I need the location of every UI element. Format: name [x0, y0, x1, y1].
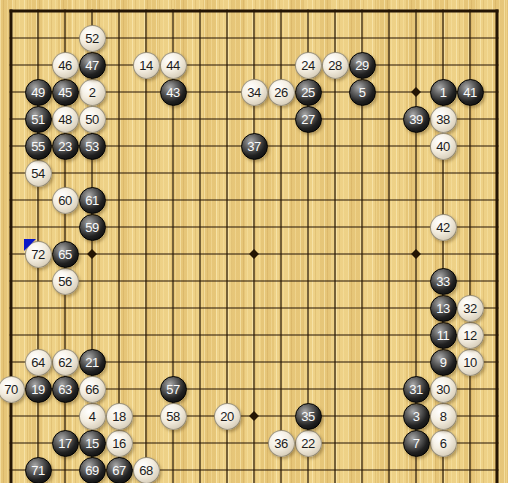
- stone-61-black[interactable]: 61: [79, 187, 106, 214]
- stone-26-white[interactable]: 26: [268, 79, 295, 106]
- stone-number: 18: [112, 410, 125, 423]
- stone-number: 54: [31, 167, 44, 180]
- stone-number: 9: [440, 356, 447, 369]
- stone-50-white[interactable]: 50: [79, 106, 106, 133]
- stone-32-white[interactable]: 32: [457, 295, 484, 322]
- stone-51-black[interactable]: 51: [25, 106, 52, 133]
- stone-number: 26: [274, 86, 287, 99]
- stone-10-white[interactable]: 10: [457, 349, 484, 376]
- stone-66-white[interactable]: 66: [79, 376, 106, 403]
- stone-7-black[interactable]: 7: [403, 430, 430, 457]
- stone-number: 69: [85, 464, 98, 477]
- stone-number: 16: [112, 437, 125, 450]
- stone-number: 63: [58, 383, 71, 396]
- stone-30-white[interactable]: 30: [430, 376, 457, 403]
- stone-17-black[interactable]: 17: [52, 430, 79, 457]
- stone-42-white[interactable]: 42: [430, 214, 457, 241]
- stone-number: 17: [58, 437, 71, 450]
- stone-number: 41: [463, 86, 476, 99]
- stone-21-black[interactable]: 21: [79, 349, 106, 376]
- stone-number: 53: [85, 140, 98, 153]
- stone-23-black[interactable]: 23: [52, 133, 79, 160]
- stone-25-black[interactable]: 25: [295, 79, 322, 106]
- stone-62-white[interactable]: 62: [52, 349, 79, 376]
- stone-72-white[interactable]: 72: [25, 241, 52, 268]
- stone-53-black[interactable]: 53: [79, 133, 106, 160]
- stone-number: 37: [247, 140, 260, 153]
- stone-number: 51: [31, 113, 44, 126]
- stone-27-black[interactable]: 27: [295, 106, 322, 133]
- stone-number: 57: [166, 383, 179, 396]
- stone-29-black[interactable]: 29: [349, 52, 376, 79]
- stone-number: 33: [436, 275, 449, 288]
- stone-18-white[interactable]: 18: [106, 403, 133, 430]
- stone-number: 14: [139, 59, 152, 72]
- stone-number: 59: [85, 221, 98, 234]
- stone-number: 45: [58, 86, 71, 99]
- stone-number: 48: [58, 113, 71, 126]
- stone-number: 60: [58, 194, 71, 207]
- stone-number: 6: [440, 437, 447, 450]
- last-move-marker: [24, 239, 36, 251]
- stone-39-black[interactable]: 39: [403, 106, 430, 133]
- stone-number: 29: [355, 59, 368, 72]
- stone-15-black[interactable]: 15: [79, 430, 106, 457]
- stone-16-white[interactable]: 16: [106, 430, 133, 457]
- stone-number: 31: [409, 383, 422, 396]
- stone-13-black[interactable]: 13: [430, 295, 457, 322]
- stone-number: 11: [437, 329, 450, 342]
- stone-number: 66: [85, 383, 98, 396]
- stone-4-white[interactable]: 4: [79, 403, 106, 430]
- stone-37-black[interactable]: 37: [241, 133, 268, 160]
- stone-44-white[interactable]: 44: [160, 52, 187, 79]
- stone-number: 49: [31, 86, 44, 99]
- stone-46-white[interactable]: 46: [52, 52, 79, 79]
- stone-number: 23: [58, 140, 71, 153]
- stone-number: 44: [166, 59, 179, 72]
- stone-number: 24: [301, 59, 314, 72]
- stone-58-white[interactable]: 58: [160, 403, 187, 430]
- stone-number: 22: [301, 437, 314, 450]
- stone-24-white[interactable]: 24: [295, 52, 322, 79]
- goban-grid[interactable]: 1234567891011121314151617181920212223242…: [0, 0, 508, 483]
- stone-11-black[interactable]: 11: [430, 322, 457, 349]
- stone-69-black[interactable]: 69: [79, 457, 106, 483]
- stone-number: 8: [440, 410, 447, 423]
- stone-20-white[interactable]: 20: [214, 403, 241, 430]
- stone-number: 10: [463, 356, 476, 369]
- stone-number: 28: [328, 59, 341, 72]
- stone-number: 19: [31, 383, 44, 396]
- stone-49-black[interactable]: 49: [25, 79, 52, 106]
- stone-57-black[interactable]: 57: [160, 376, 187, 403]
- stone-48-white[interactable]: 48: [52, 106, 79, 133]
- stone-number: 4: [89, 410, 96, 423]
- stone-number: 21: [85, 356, 98, 369]
- stone-number: 65: [58, 248, 71, 261]
- stone-31-black[interactable]: 31: [403, 376, 430, 403]
- stone-number: 5: [359, 86, 366, 99]
- stone-number: 32: [463, 302, 476, 315]
- stone-number: 71: [31, 464, 44, 477]
- stone-33-black[interactable]: 33: [430, 268, 457, 295]
- stone-number: 2: [89, 86, 96, 99]
- stone-number: 62: [58, 356, 71, 369]
- stone-8-white[interactable]: 8: [430, 403, 457, 430]
- stone-6-white[interactable]: 6: [430, 430, 457, 457]
- stone-1-black[interactable]: 1: [430, 79, 457, 106]
- stone-9-black[interactable]: 9: [430, 349, 457, 376]
- stone-number: 70: [4, 383, 17, 396]
- stone-number: 68: [139, 464, 152, 477]
- stone-56-white[interactable]: 56: [52, 268, 79, 295]
- stone-59-black[interactable]: 59: [79, 214, 106, 241]
- stone-2-white[interactable]: 2: [79, 79, 106, 106]
- stone-number: 50: [85, 113, 98, 126]
- stone-number: 13: [436, 302, 449, 315]
- stone-36-white[interactable]: 36: [268, 430, 295, 457]
- stone-63-black[interactable]: 63: [52, 376, 79, 403]
- stone-67-black[interactable]: 67: [106, 457, 133, 483]
- stone-68-white[interactable]: 68: [133, 457, 160, 483]
- stone-number: 55: [31, 140, 44, 153]
- stone-64-white[interactable]: 64: [25, 349, 52, 376]
- stone-number: 56: [58, 275, 71, 288]
- stone-number: 35: [301, 410, 314, 423]
- stone-43-black[interactable]: 43: [160, 79, 187, 106]
- stone-number: 34: [247, 86, 260, 99]
- stone-14-white[interactable]: 14: [133, 52, 160, 79]
- stone-number: 47: [85, 59, 98, 72]
- stone-number: 42: [436, 221, 449, 234]
- stone-number: 46: [58, 59, 71, 72]
- stone-number: 15: [85, 437, 98, 450]
- stone-number: 27: [301, 113, 314, 126]
- stone-38-white[interactable]: 38: [430, 106, 457, 133]
- stone-12-white[interactable]: 12: [457, 322, 484, 349]
- stone-number: 30: [436, 383, 449, 396]
- stone-number: 25: [301, 86, 314, 99]
- stone-65-black[interactable]: 65: [52, 241, 79, 268]
- stone-number: 7: [413, 437, 420, 450]
- stone-number: 58: [166, 410, 179, 423]
- stone-52-white[interactable]: 52: [79, 25, 106, 52]
- stone-number: 36: [274, 437, 287, 450]
- stone-70-white[interactable]: 70: [0, 376, 25, 403]
- stone-3-black[interactable]: 3: [403, 403, 430, 430]
- stone-number: 40: [436, 140, 449, 153]
- stone-number: 1: [440, 86, 447, 99]
- stone-41-black[interactable]: 41: [457, 79, 484, 106]
- stone-34-white[interactable]: 34: [241, 79, 268, 106]
- stone-number: 3: [413, 410, 420, 423]
- stone-71-black[interactable]: 71: [25, 457, 52, 483]
- stone-28-white[interactable]: 28: [322, 52, 349, 79]
- stone-number: 38: [436, 113, 449, 126]
- stone-22-white[interactable]: 22: [295, 430, 322, 457]
- stone-19-black[interactable]: 19: [25, 376, 52, 403]
- stone-40-white[interactable]: 40: [430, 133, 457, 160]
- go-board: 1234567891011121314151617181920212223242…: [0, 0, 508, 483]
- stone-45-black[interactable]: 45: [52, 79, 79, 106]
- stone-number: 64: [31, 356, 44, 369]
- stone-55-black[interactable]: 55: [25, 133, 52, 160]
- stone-number: 52: [85, 32, 98, 45]
- stone-number: 39: [409, 113, 422, 126]
- stone-47-black[interactable]: 47: [79, 52, 106, 79]
- stone-number: 67: [112, 464, 125, 477]
- stone-5-black[interactable]: 5: [349, 79, 376, 106]
- stone-number: 20: [220, 410, 233, 423]
- stone-number: 12: [463, 329, 476, 342]
- stone-number: 61: [85, 194, 98, 207]
- stone-60-white[interactable]: 60: [52, 187, 79, 214]
- stone-number: 43: [166, 86, 179, 99]
- stone-54-white[interactable]: 54: [25, 160, 52, 187]
- stone-35-black[interactable]: 35: [295, 403, 322, 430]
